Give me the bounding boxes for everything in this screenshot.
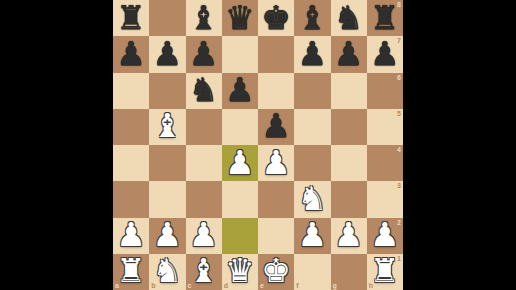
square-b1[interactable]: ♞b (149, 254, 185, 290)
square-a5[interactable] (113, 109, 149, 145)
square-f4[interactable] (294, 145, 330, 181)
square-f3[interactable]: ♞ (294, 181, 330, 217)
white-pawn[interactable]: ♟ (153, 218, 183, 251)
square-e2[interactable] (258, 218, 294, 254)
square-b5[interactable]: ♝ (149, 109, 185, 145)
square-a6[interactable] (113, 73, 149, 109)
square-e5[interactable]: ♟ (258, 109, 294, 145)
square-h8[interactable]: ♜8 (367, 0, 403, 36)
black-pawn[interactable]: ♟ (370, 37, 400, 70)
white-bishop[interactable]: ♝ (153, 109, 183, 142)
square-c8[interactable]: ♝ (186, 0, 222, 36)
square-d8[interactable]: ♛ (222, 0, 258, 36)
square-d6[interactable]: ♟ (222, 73, 258, 109)
black-knight[interactable]: ♞ (189, 73, 219, 106)
square-e8[interactable]: ♚ (258, 0, 294, 36)
square-b4[interactable] (149, 145, 185, 181)
black-rook[interactable]: ♜ (116, 1, 146, 34)
black-pawn[interactable]: ♟ (189, 37, 219, 70)
rank-label-6: 6 (397, 74, 401, 81)
white-rook[interactable]: ♜ (116, 254, 146, 287)
square-d7[interactable] (222, 36, 258, 72)
square-h4[interactable]: 4 (367, 145, 403, 181)
white-rook[interactable]: ♜ (370, 254, 400, 287)
chess-board: ♜♝♛♚♝♞♜8♟♟♟♟♟♟7♞♟6♝♟5♟♟4♞3♟♟♟♟♟♟2♜a♞b♝c♛… (113, 0, 403, 290)
square-g3[interactable] (331, 181, 367, 217)
white-pawn[interactable]: ♟ (116, 218, 146, 251)
square-g8[interactable]: ♞ (331, 0, 367, 36)
rank-label-4: 4 (397, 146, 401, 153)
square-f6[interactable] (294, 73, 330, 109)
black-king[interactable]: ♚ (261, 1, 291, 34)
square-g7[interactable]: ♟ (331, 36, 367, 72)
square-e4[interactable]: ♟ (258, 145, 294, 181)
black-pawn[interactable]: ♟ (261, 109, 291, 142)
square-d5[interactable] (222, 109, 258, 145)
white-bishop[interactable]: ♝ (189, 254, 219, 287)
square-g4[interactable] (331, 145, 367, 181)
square-h2[interactable]: ♟2 (367, 218, 403, 254)
square-d1[interactable]: ♛d (222, 254, 258, 290)
letterbox-right (403, 0, 516, 290)
black-queen[interactable]: ♛ (225, 1, 255, 34)
white-pawn[interactable]: ♟ (189, 218, 219, 251)
square-c5[interactable] (186, 109, 222, 145)
square-e6[interactable] (258, 73, 294, 109)
square-h5[interactable]: 5 (367, 109, 403, 145)
square-a4[interactable] (113, 145, 149, 181)
rank-label-3: 3 (397, 182, 401, 189)
square-c6[interactable]: ♞ (186, 73, 222, 109)
square-h1[interactable]: ♜h1 (367, 254, 403, 290)
square-f5[interactable] (294, 109, 330, 145)
square-g1[interactable]: g (331, 254, 367, 290)
square-f2[interactable]: ♟ (294, 218, 330, 254)
black-pawn[interactable]: ♟ (298, 37, 328, 70)
square-a2[interactable]: ♟ (113, 218, 149, 254)
black-bishop[interactable]: ♝ (189, 1, 219, 34)
black-pawn[interactable]: ♟ (116, 37, 146, 70)
white-pawn[interactable]: ♟ (334, 218, 364, 251)
square-h3[interactable]: 3 (367, 181, 403, 217)
white-pawn[interactable]: ♟ (261, 146, 291, 179)
square-e7[interactable] (258, 36, 294, 72)
square-e3[interactable] (258, 181, 294, 217)
square-d2[interactable] (222, 218, 258, 254)
square-b7[interactable]: ♟ (149, 36, 185, 72)
square-c7[interactable]: ♟ (186, 36, 222, 72)
square-d4[interactable]: ♟ (222, 145, 258, 181)
rank-label-5: 5 (397, 110, 401, 117)
square-g6[interactable] (331, 73, 367, 109)
square-b2[interactable]: ♟ (149, 218, 185, 254)
black-pawn[interactable]: ♟ (153, 37, 183, 70)
square-b3[interactable] (149, 181, 185, 217)
square-a1[interactable]: ♜a (113, 254, 149, 290)
white-knight[interactable]: ♞ (153, 254, 183, 287)
square-a8[interactable]: ♜ (113, 0, 149, 36)
black-pawn[interactable]: ♟ (334, 37, 364, 70)
black-knight[interactable]: ♞ (334, 1, 364, 34)
white-queen[interactable]: ♛ (225, 254, 255, 287)
square-b6[interactable] (149, 73, 185, 109)
square-h6[interactable]: 6 (367, 73, 403, 109)
square-c4[interactable] (186, 145, 222, 181)
square-f7[interactable]: ♟ (294, 36, 330, 72)
square-f8[interactable]: ♝ (294, 0, 330, 36)
white-pawn[interactable]: ♟ (298, 218, 328, 251)
white-pawn[interactable]: ♟ (225, 146, 255, 179)
video-frame: ♜♝♛♚♝♞♜8♟♟♟♟♟♟7♞♟6♝♟5♟♟4♞3♟♟♟♟♟♟2♜a♞b♝c♛… (0, 0, 516, 290)
square-e1[interactable]: ♚e (258, 254, 294, 290)
square-a7[interactable]: ♟ (113, 36, 149, 72)
square-g5[interactable] (331, 109, 367, 145)
white-knight[interactable]: ♞ (298, 182, 328, 215)
file-label-f: f (296, 282, 298, 289)
square-h7[interactable]: ♟7 (367, 36, 403, 72)
square-d3[interactable] (222, 181, 258, 217)
white-king[interactable]: ♚ (261, 254, 291, 287)
letterbox-left (0, 0, 113, 290)
square-b8[interactable] (149, 0, 185, 36)
square-c1[interactable]: ♝c (186, 254, 222, 290)
square-f1[interactable]: f (294, 254, 330, 290)
square-g2[interactable]: ♟ (331, 218, 367, 254)
square-c2[interactable]: ♟ (186, 218, 222, 254)
square-c3[interactable] (186, 181, 222, 217)
black-pawn[interactable]: ♟ (225, 73, 255, 106)
black-bishop[interactable]: ♝ (298, 1, 328, 34)
file-label-g: g (333, 282, 337, 289)
white-pawn[interactable]: ♟ (370, 218, 400, 251)
square-a3[interactable] (113, 181, 149, 217)
black-rook[interactable]: ♜ (370, 1, 400, 34)
